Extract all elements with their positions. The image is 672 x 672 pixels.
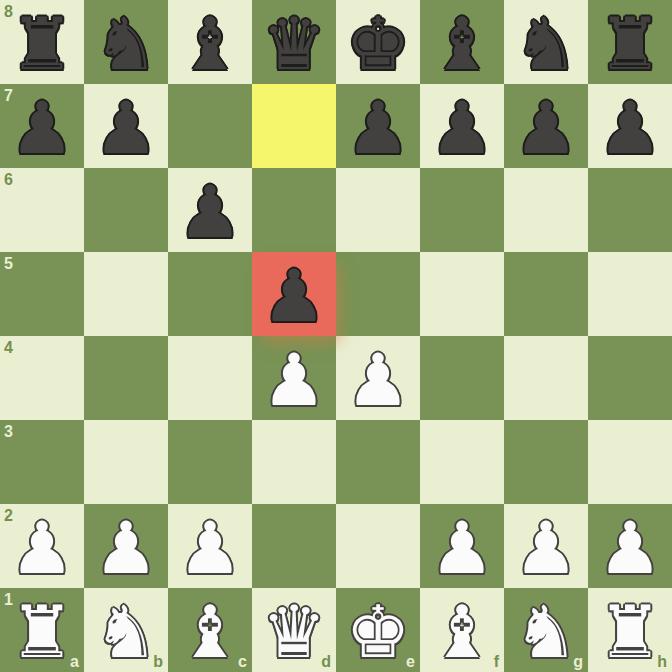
square-h1[interactable]: h♜ bbox=[588, 588, 672, 672]
black-bishop[interactable]: ♝ bbox=[168, 2, 252, 86]
black-bishop[interactable]: ♝ bbox=[420, 2, 504, 86]
chess-board: 8♜♞♝♛♚♝♞♜7♟♟♟♟♟♟6♟5♟4♟♟32♟♟♟♟♟♟1a♜b♞c♝d♛… bbox=[0, 0, 672, 672]
square-g6[interactable] bbox=[504, 168, 588, 252]
square-e7[interactable]: ♟ bbox=[336, 84, 420, 168]
square-g1[interactable]: g♞ bbox=[504, 588, 588, 672]
rank-label-3: 3 bbox=[4, 423, 13, 441]
white-pawn[interactable]: ♟ bbox=[420, 506, 504, 590]
white-pawn[interactable]: ♟ bbox=[84, 506, 168, 590]
square-f2[interactable]: ♟ bbox=[420, 504, 504, 588]
black-knight[interactable]: ♞ bbox=[504, 2, 588, 86]
black-pawn[interactable]: ♟ bbox=[168, 170, 252, 254]
white-knight[interactable]: ♞ bbox=[84, 590, 168, 672]
square-a2[interactable]: 2♟ bbox=[0, 504, 84, 588]
black-pawn[interactable]: ♟ bbox=[504, 86, 588, 170]
rank-label-4: 4 bbox=[4, 339, 13, 357]
square-b4[interactable] bbox=[84, 336, 168, 420]
square-g7[interactable]: ♟ bbox=[504, 84, 588, 168]
square-d1[interactable]: d♛ bbox=[252, 588, 336, 672]
black-pawn[interactable]: ♟ bbox=[0, 86, 84, 170]
black-pawn[interactable]: ♟ bbox=[336, 86, 420, 170]
square-d5-highlight-red[interactable]: ♟ bbox=[252, 252, 336, 336]
square-c3[interactable] bbox=[168, 420, 252, 504]
black-rook[interactable]: ♜ bbox=[0, 2, 84, 86]
rank-label-5: 5 bbox=[4, 255, 13, 273]
black-king[interactable]: ♚ bbox=[336, 2, 420, 86]
square-b7[interactable]: ♟ bbox=[84, 84, 168, 168]
square-h2[interactable]: ♟ bbox=[588, 504, 672, 588]
square-d8[interactable]: ♛ bbox=[252, 0, 336, 84]
square-e2[interactable] bbox=[336, 504, 420, 588]
square-c6[interactable]: ♟ bbox=[168, 168, 252, 252]
square-h6[interactable] bbox=[588, 168, 672, 252]
white-pawn[interactable]: ♟ bbox=[504, 506, 588, 590]
square-d3[interactable] bbox=[252, 420, 336, 504]
square-b2[interactable]: ♟ bbox=[84, 504, 168, 588]
square-g4[interactable] bbox=[504, 336, 588, 420]
square-h8[interactable]: ♜ bbox=[588, 0, 672, 84]
white-king[interactable]: ♚ bbox=[336, 590, 420, 672]
square-f1[interactable]: f♝ bbox=[420, 588, 504, 672]
square-e4[interactable]: ♟ bbox=[336, 336, 420, 420]
square-e6[interactable] bbox=[336, 168, 420, 252]
black-pawn[interactable]: ♟ bbox=[252, 254, 336, 338]
square-f8[interactable]: ♝ bbox=[420, 0, 504, 84]
square-g2[interactable]: ♟ bbox=[504, 504, 588, 588]
square-d6[interactable] bbox=[252, 168, 336, 252]
square-c2[interactable]: ♟ bbox=[168, 504, 252, 588]
square-e5[interactable] bbox=[336, 252, 420, 336]
square-c1[interactable]: c♝ bbox=[168, 588, 252, 672]
square-h3[interactable] bbox=[588, 420, 672, 504]
square-g3[interactable] bbox=[504, 420, 588, 504]
white-bishop[interactable]: ♝ bbox=[168, 590, 252, 672]
square-d2[interactable] bbox=[252, 504, 336, 588]
square-b3[interactable] bbox=[84, 420, 168, 504]
square-e1[interactable]: e♚ bbox=[336, 588, 420, 672]
white-pawn[interactable]: ♟ bbox=[168, 506, 252, 590]
black-queen[interactable]: ♛ bbox=[252, 2, 336, 86]
square-b6[interactable] bbox=[84, 168, 168, 252]
square-a3[interactable]: 3 bbox=[0, 420, 84, 504]
square-f4[interactable] bbox=[420, 336, 504, 420]
square-a1[interactable]: 1a♜ bbox=[0, 588, 84, 672]
white-rook[interactable]: ♜ bbox=[0, 590, 84, 672]
white-pawn[interactable]: ♟ bbox=[336, 338, 420, 422]
square-d4[interactable]: ♟ bbox=[252, 336, 336, 420]
square-b5[interactable] bbox=[84, 252, 168, 336]
square-g8[interactable]: ♞ bbox=[504, 0, 588, 84]
square-a8[interactable]: 8♜ bbox=[0, 0, 84, 84]
black-pawn[interactable]: ♟ bbox=[84, 86, 168, 170]
white-pawn[interactable]: ♟ bbox=[252, 338, 336, 422]
square-f6[interactable] bbox=[420, 168, 504, 252]
square-b1[interactable]: b♞ bbox=[84, 588, 168, 672]
square-b8[interactable]: ♞ bbox=[84, 0, 168, 84]
square-c5[interactable] bbox=[168, 252, 252, 336]
square-e8[interactable]: ♚ bbox=[336, 0, 420, 84]
square-a5[interactable]: 5 bbox=[0, 252, 84, 336]
square-a7[interactable]: 7♟ bbox=[0, 84, 84, 168]
square-e3[interactable] bbox=[336, 420, 420, 504]
white-pawn[interactable]: ♟ bbox=[588, 506, 672, 590]
white-rook[interactable]: ♜ bbox=[588, 590, 672, 672]
square-g5[interactable] bbox=[504, 252, 588, 336]
square-c7[interactable] bbox=[168, 84, 252, 168]
white-pawn[interactable]: ♟ bbox=[0, 506, 84, 590]
white-knight[interactable]: ♞ bbox=[504, 590, 588, 672]
square-h4[interactable] bbox=[588, 336, 672, 420]
square-a6[interactable]: 6 bbox=[0, 168, 84, 252]
rank-label-6: 6 bbox=[4, 171, 13, 189]
square-f3[interactable] bbox=[420, 420, 504, 504]
square-f7[interactable]: ♟ bbox=[420, 84, 504, 168]
square-h7[interactable]: ♟ bbox=[588, 84, 672, 168]
square-a4[interactable]: 4 bbox=[0, 336, 84, 420]
square-c4[interactable] bbox=[168, 336, 252, 420]
square-c8[interactable]: ♝ bbox=[168, 0, 252, 84]
square-h5[interactable] bbox=[588, 252, 672, 336]
square-f5[interactable] bbox=[420, 252, 504, 336]
black-knight[interactable]: ♞ bbox=[84, 2, 168, 86]
black-rook[interactable]: ♜ bbox=[588, 2, 672, 86]
square-d7-highlight-yellow[interactable] bbox=[252, 84, 336, 168]
white-bishop[interactable]: ♝ bbox=[420, 590, 504, 672]
black-pawn[interactable]: ♟ bbox=[588, 86, 672, 170]
white-queen[interactable]: ♛ bbox=[252, 590, 336, 672]
black-pawn[interactable]: ♟ bbox=[420, 86, 504, 170]
